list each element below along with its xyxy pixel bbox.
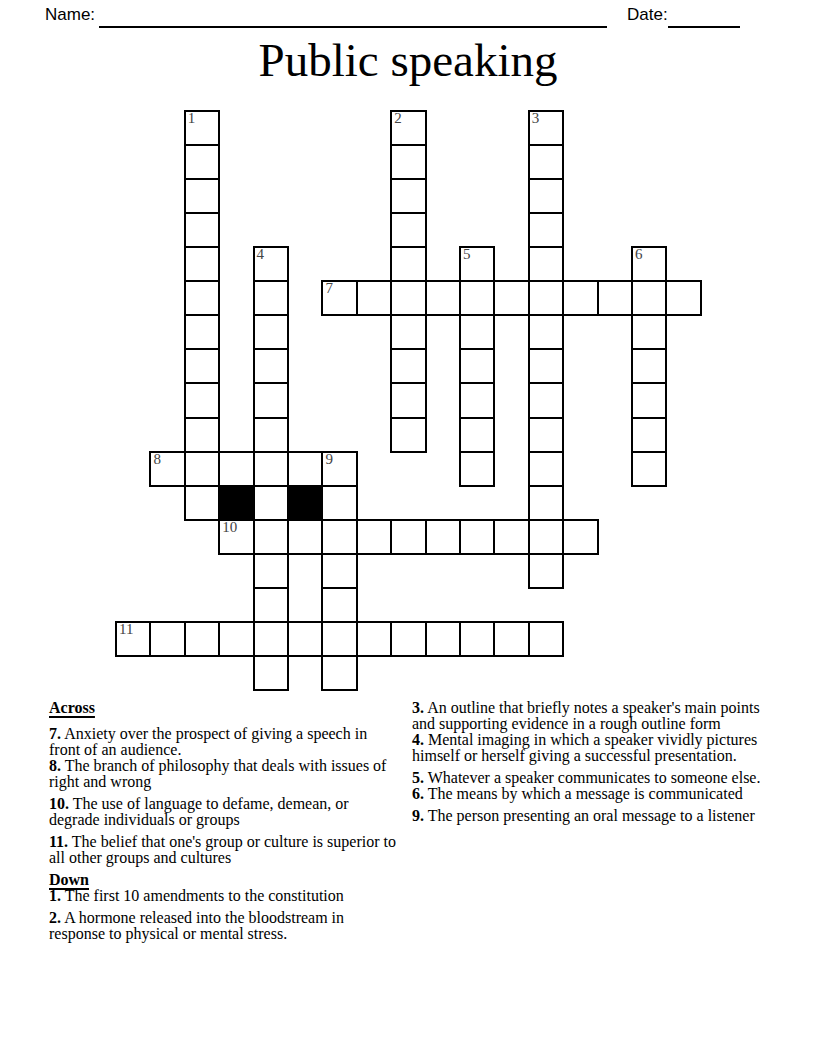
name-underline (99, 26, 607, 28)
grid-cell[interactable] (390, 280, 426, 316)
grid-cell[interactable] (459, 280, 495, 316)
grid-cell[interactable] (184, 382, 220, 418)
grid-cell[interactable] (321, 587, 357, 623)
grid-cell[interactable] (631, 280, 667, 316)
grid-cell[interactable] (356, 519, 392, 555)
clues-right-column: 3. An outline that briefly notes a speak… (412, 700, 765, 824)
clue-number: 10. (49, 795, 69, 812)
crossword-grid: 1234567891011 (116, 111, 702, 691)
grid-cell[interactable] (184, 621, 220, 657)
grid-cell[interactable] (356, 621, 392, 657)
grid-cell[interactable] (390, 417, 426, 453)
clue-number: 6. (412, 785, 424, 802)
grid-cell[interactable] (321, 621, 357, 657)
grid-cell[interactable] (459, 314, 495, 350)
clue-number: 5. (412, 769, 424, 786)
clue-across-10: 10. The use of language to defame, demea… (49, 796, 402, 828)
clue-number: 11. (49, 833, 68, 850)
grid-cell[interactable]: 7 (321, 280, 357, 316)
grid-cell[interactable] (287, 451, 323, 487)
grid-cell[interactable] (528, 553, 564, 589)
cell-number: 7 (325, 282, 333, 295)
clue-text: Whatever a speaker communicates to someo… (428, 769, 761, 786)
grid-cell[interactable] (390, 621, 426, 657)
grid-cell[interactable] (562, 519, 598, 555)
grid-cell[interactable] (493, 280, 529, 316)
grid-cell[interactable] (253, 314, 289, 350)
grid-cell[interactable]: 2 (390, 110, 426, 146)
clue-down-6: 6. The means by which a message is commu… (412, 786, 765, 802)
grid-cell[interactable] (390, 178, 426, 214)
clue-down-1: 1. The first 10 amendments to the consti… (49, 888, 402, 904)
clue-number: 2. (49, 909, 61, 926)
grid-cell[interactable] (184, 246, 220, 282)
grid-cell[interactable] (528, 485, 564, 521)
date-underline (668, 26, 740, 28)
cell-number: 8 (153, 453, 161, 466)
cell-number: 11 (119, 623, 133, 636)
clue-text: The person presenting an oral message to… (428, 807, 755, 824)
clue-text: A hormone released into the bloodstream … (49, 909, 344, 942)
grid-cell[interactable] (184, 451, 220, 487)
grid-cell[interactable] (390, 519, 426, 555)
grid-cell[interactable] (253, 382, 289, 418)
grid-cell[interactable] (184, 280, 220, 316)
grid-cell[interactable] (253, 587, 289, 623)
grid-cell[interactable] (528, 178, 564, 214)
grid-cell[interactable] (528, 621, 564, 657)
grid-cell[interactable] (184, 212, 220, 248)
cell-number: 2 (394, 112, 402, 125)
grid-cell[interactable] (562, 280, 598, 316)
clue-text: Mental imaging in which a speaker vividl… (412, 731, 757, 764)
cell-number: 3 (532, 112, 540, 125)
clue-number: 9. (412, 807, 424, 824)
page-title: Public speaking (0, 36, 816, 85)
grid-cell[interactable] (528, 451, 564, 487)
grid-cell[interactable] (459, 519, 495, 555)
grid-cell[interactable]: 3 (528, 110, 564, 146)
grid-cell[interactable] (287, 519, 323, 555)
grid-cell[interactable] (184, 348, 220, 384)
grid-cell[interactable] (425, 621, 461, 657)
grid-cell[interactable] (459, 348, 495, 384)
across-heading: Across (49, 700, 402, 716)
down-heading: Down (49, 872, 402, 888)
cell-number: 6 (635, 248, 643, 261)
grid-cell[interactable] (459, 417, 495, 453)
grid-cell[interactable] (631, 417, 667, 453)
clue-text: The means by which a message is communic… (428, 785, 743, 802)
clue-down-2: 2. A hormone released into the bloodstre… (49, 910, 402, 942)
grid-cell[interactable] (528, 144, 564, 180)
grid-cell[interactable]: 6 (631, 246, 667, 282)
clue-number: 8. (49, 757, 61, 774)
cell-number: 9 (325, 453, 333, 466)
grid-cell[interactable]: 4 (253, 246, 289, 282)
grid-cell[interactable]: 8 (149, 451, 185, 487)
cell-number: 4 (257, 248, 265, 261)
grid-cell[interactable] (253, 485, 289, 521)
grid-cell[interactable] (390, 348, 426, 384)
grid-cell[interactable] (253, 280, 289, 316)
clue-across-11: 11. The belief that one's group or cultu… (49, 834, 402, 866)
grid-cell[interactable] (528, 314, 564, 350)
cell-number: 1 (188, 112, 196, 125)
clue-text: The branch of philosophy that deals with… (49, 757, 386, 790)
grid-cell[interactable] (184, 144, 220, 180)
clue-text: The use of language to defame, demean, o… (49, 795, 349, 828)
grid-cell[interactable] (493, 621, 529, 657)
grid-cell[interactable] (425, 280, 461, 316)
clue-number: 3. (412, 699, 424, 716)
cell-number: 10 (222, 521, 237, 534)
grid-cell[interactable] (321, 655, 357, 691)
grid-cell[interactable] (597, 280, 633, 316)
grid-cell[interactable] (218, 621, 254, 657)
black-cell (218, 485, 254, 521)
grid-cell[interactable]: 1 (184, 110, 220, 146)
grid-cell[interactable] (528, 212, 564, 248)
cell-number: 5 (463, 248, 471, 261)
grid-cell[interactable] (528, 280, 564, 316)
clue-text: The belief that one's group or culture i… (49, 833, 396, 866)
grid-cell[interactable]: 9 (321, 451, 357, 487)
grid-cell[interactable] (390, 246, 426, 282)
grid-cell[interactable] (631, 314, 667, 350)
grid-cell[interactable] (253, 348, 289, 384)
grid-cell[interactable] (184, 417, 220, 453)
grid-cell[interactable] (321, 519, 357, 555)
grid-cell[interactable] (184, 314, 220, 350)
grid-cell[interactable] (253, 417, 289, 453)
clue-down-9: 9. The person presenting an oral message… (412, 808, 765, 824)
grid-cell[interactable] (390, 144, 426, 180)
name-label: Name: (45, 6, 95, 23)
grid-cell[interactable] (493, 519, 529, 555)
grid-cell[interactable] (528, 348, 564, 384)
clue-text: Anxiety over the prospect of giving a sp… (49, 725, 367, 758)
clue-number: 7. (49, 725, 61, 742)
grid-cell[interactable]: 10 (218, 519, 254, 555)
grid-cell[interactable]: 5 (459, 246, 495, 282)
clue-down-5: 5. Whatever a speaker communicates to so… (412, 770, 765, 786)
grid-cell[interactable] (528, 382, 564, 418)
date-label: Date: (627, 6, 668, 23)
grid-cell[interactable] (665, 280, 701, 316)
grid-cell[interactable]: 11 (115, 621, 151, 657)
clue-across-7: 7. Anxiety over the prospect of giving a… (49, 726, 402, 758)
grid-cell[interactable] (390, 382, 426, 418)
clue-down-3: 3. An outline that briefly notes a speak… (412, 700, 765, 732)
grid-cell[interactable] (253, 655, 289, 691)
clue-number: 1. (49, 887, 61, 904)
grid-cell[interactable] (287, 621, 323, 657)
black-cell (287, 485, 323, 521)
grid-cell[interactable] (253, 621, 289, 657)
clue-number: 4. (412, 731, 424, 748)
clue-down-4: 4. Mental imaging in which a speaker viv… (412, 732, 765, 764)
grid-cell[interactable] (459, 621, 495, 657)
grid-cell[interactable] (528, 519, 564, 555)
grid-cell[interactable] (425, 519, 461, 555)
clue-text: The first 10 amendments to the constitut… (65, 887, 344, 904)
grid-cell[interactable] (253, 451, 289, 487)
clue-text: An outline that briefly notes a speaker'… (412, 699, 760, 732)
clues-left-column: Across 7. Anxiety over the prospect of g… (49, 700, 402, 942)
worksheet-page: Name: Date: Public speaking 123456789101… (0, 0, 816, 1056)
grid-cell[interactable] (631, 382, 667, 418)
grid-cell[interactable] (321, 485, 357, 521)
grid-cell[interactable] (149, 621, 185, 657)
grid-cell[interactable] (253, 553, 289, 589)
grid-cell[interactable] (459, 451, 495, 487)
grid-cell[interactable] (253, 519, 289, 555)
grid-cell[interactable] (218, 451, 254, 487)
grid-cell[interactable] (528, 417, 564, 453)
grid-cell[interactable] (321, 553, 357, 589)
grid-cell[interactable] (528, 246, 564, 282)
grid-cell[interactable] (390, 212, 426, 248)
clue-across-8: 8. The branch of philosophy that deals w… (49, 758, 402, 790)
grid-cell[interactable] (459, 382, 495, 418)
grid-cell[interactable] (631, 451, 667, 487)
grid-cell[interactable] (184, 485, 220, 521)
grid-cell[interactable] (184, 178, 220, 214)
grid-cell[interactable] (356, 280, 392, 316)
grid-cell[interactable] (631, 348, 667, 384)
grid-cell[interactable] (390, 314, 426, 350)
